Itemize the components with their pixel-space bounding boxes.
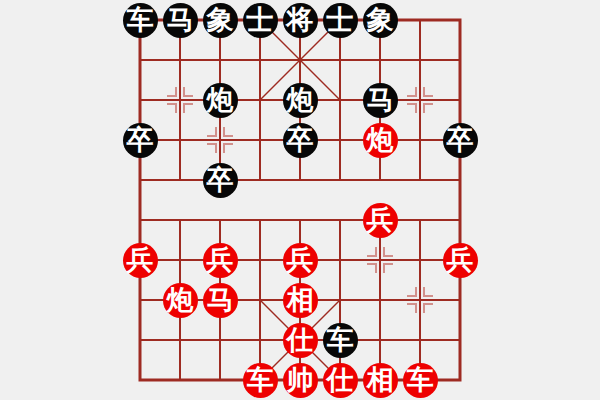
xiangqi-board-area: 车马象士将士象炮炮马卒卒炮卒卒兵兵兵兵兵炮马相仕车车帅仕相车: [0, 0, 600, 400]
piece-black-elephant[interactable]: 象: [363, 3, 398, 38]
piece-black-general[interactable]: 将: [283, 3, 318, 38]
piece-red-horse[interactable]: 马: [203, 283, 238, 318]
piece-black-chariot[interactable]: 车: [123, 3, 158, 38]
piece-black-soldier[interactable]: 卒: [203, 163, 238, 198]
piece-red-general[interactable]: 帅: [283, 363, 318, 398]
piece-black-cannon[interactable]: 炮: [203, 83, 238, 118]
piece-black-advisor[interactable]: 士: [243, 3, 278, 38]
piece-black-advisor[interactable]: 士: [323, 3, 358, 38]
piece-red-elephant[interactable]: 相: [283, 283, 318, 318]
piece-black-horse[interactable]: 马: [363, 83, 398, 118]
piece-red-soldier[interactable]: 兵: [123, 243, 158, 278]
piece-red-soldier[interactable]: 兵: [443, 243, 478, 278]
piece-red-soldier[interactable]: 兵: [363, 203, 398, 238]
piece-grid: 车马象士将士象炮炮马卒卒炮卒卒兵兵兵兵兵炮马相仕车车帅仕相车: [120, 0, 480, 400]
piece-black-chariot[interactable]: 车: [323, 323, 358, 358]
piece-red-soldier[interactable]: 兵: [283, 243, 318, 278]
piece-red-advisor[interactable]: 仕: [283, 323, 318, 358]
piece-red-chariot[interactable]: 车: [403, 363, 438, 398]
piece-black-elephant[interactable]: 象: [203, 3, 238, 38]
piece-red-cannon[interactable]: 炮: [163, 283, 198, 318]
piece-red-elephant[interactable]: 相: [363, 363, 398, 398]
piece-black-cannon[interactable]: 炮: [283, 83, 318, 118]
piece-red-cannon[interactable]: 炮: [363, 123, 398, 158]
piece-red-soldier[interactable]: 兵: [203, 243, 238, 278]
piece-red-chariot[interactable]: 车: [243, 363, 278, 398]
piece-red-advisor[interactable]: 仕: [323, 363, 358, 398]
piece-black-horse[interactable]: 马: [163, 3, 198, 38]
piece-black-soldier[interactable]: 卒: [283, 123, 318, 158]
piece-black-soldier[interactable]: 卒: [123, 123, 158, 158]
piece-black-soldier[interactable]: 卒: [443, 123, 478, 158]
